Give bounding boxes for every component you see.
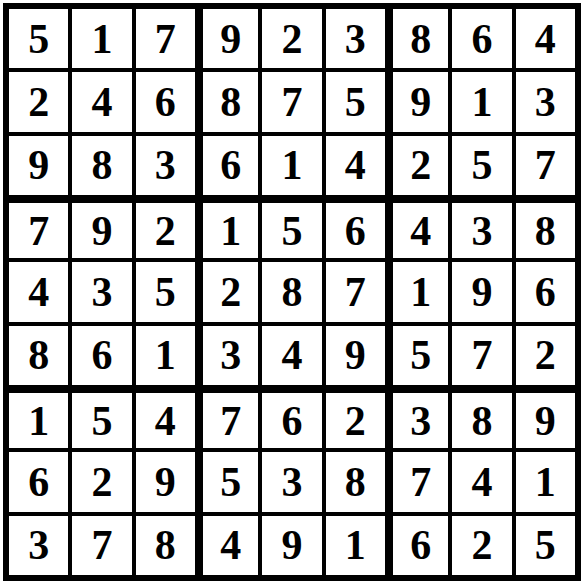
- cell-r7c4[interactable]: 7: [203, 393, 258, 448]
- cell-r7c7[interactable]: 3: [393, 393, 448, 448]
- cell-r9c3[interactable]: 8: [136, 516, 195, 575]
- cell-r8c5[interactable]: 3: [262, 452, 321, 511]
- cell-r4c4[interactable]: 1: [203, 203, 258, 258]
- cell-r4c2[interactable]: 9: [72, 203, 131, 258]
- cell-r3c2[interactable]: 8: [72, 136, 131, 195]
- cell-r6c5[interactable]: 4: [262, 326, 321, 385]
- cell-r6c1[interactable]: 8: [9, 326, 68, 385]
- cell-r7c2[interactable]: 5: [72, 393, 131, 448]
- sudoku-page: 5179238642468759139836142577921564384352…: [0, 0, 584, 584]
- cell-r8c6[interactable]: 8: [326, 452, 385, 511]
- cell-r5c2[interactable]: 3: [72, 262, 131, 321]
- cell-r2c6[interactable]: 5: [326, 72, 385, 131]
- cell-r9c9[interactable]: 5: [516, 516, 575, 575]
- cell-r9c7[interactable]: 6: [393, 516, 448, 575]
- cell-r2c7[interactable]: 9: [393, 72, 448, 131]
- cell-r8c2[interactable]: 2: [72, 452, 131, 511]
- cell-r8c7[interactable]: 7: [393, 452, 448, 511]
- cell-r6c7[interactable]: 5: [393, 326, 448, 385]
- cell-r6c6[interactable]: 9: [326, 326, 385, 385]
- cell-r1c8[interactable]: 6: [452, 9, 511, 68]
- cell-r5c9[interactable]: 6: [516, 262, 575, 321]
- cell-r2c5[interactable]: 7: [262, 72, 321, 131]
- cell-r7c5[interactable]: 6: [262, 393, 321, 448]
- cell-r4c1[interactable]: 7: [9, 203, 68, 258]
- cell-r9c8[interactable]: 2: [452, 516, 511, 575]
- cell-r1c3[interactable]: 7: [136, 9, 195, 68]
- cell-r2c4[interactable]: 8: [203, 72, 258, 131]
- cell-r3c7[interactable]: 2: [393, 136, 448, 195]
- cell-r6c4[interactable]: 3: [203, 326, 258, 385]
- cell-r3c6[interactable]: 4: [326, 136, 385, 195]
- sudoku-board: 5179238642468759139836142577921564384352…: [3, 3, 581, 581]
- cell-r2c2[interactable]: 4: [72, 72, 131, 131]
- cell-r1c1[interactable]: 5: [9, 9, 68, 68]
- cell-r3c4[interactable]: 6: [203, 136, 258, 195]
- cell-r3c8[interactable]: 5: [452, 136, 511, 195]
- cell-r8c1[interactable]: 6: [9, 452, 68, 511]
- cell-r6c9[interactable]: 2: [516, 326, 575, 385]
- cell-r7c9[interactable]: 9: [516, 393, 575, 448]
- cell-r1c7[interactable]: 8: [393, 9, 448, 68]
- cell-r9c6[interactable]: 1: [326, 516, 385, 575]
- cell-r8c9[interactable]: 1: [516, 452, 575, 511]
- cell-r4c7[interactable]: 4: [393, 203, 448, 258]
- cell-r5c1[interactable]: 4: [9, 262, 68, 321]
- cell-r5c8[interactable]: 9: [452, 262, 511, 321]
- cell-r5c4[interactable]: 2: [203, 262, 258, 321]
- cell-r1c6[interactable]: 3: [326, 9, 385, 68]
- cell-r6c3[interactable]: 1: [136, 326, 195, 385]
- cell-r1c5[interactable]: 2: [262, 9, 321, 68]
- cell-r1c9[interactable]: 4: [516, 9, 575, 68]
- cell-r2c9[interactable]: 3: [516, 72, 575, 131]
- cell-r7c6[interactable]: 2: [326, 393, 385, 448]
- cell-r9c4[interactable]: 4: [203, 516, 258, 575]
- cell-r7c3[interactable]: 4: [136, 393, 195, 448]
- cell-r6c8[interactable]: 7: [452, 326, 511, 385]
- cell-r9c5[interactable]: 9: [262, 516, 321, 575]
- cell-r7c8[interactable]: 8: [452, 393, 511, 448]
- cell-r2c3[interactable]: 6: [136, 72, 195, 131]
- cell-r4c9[interactable]: 8: [516, 203, 575, 258]
- cell-r5c5[interactable]: 8: [262, 262, 321, 321]
- cell-r6c2[interactable]: 6: [72, 326, 131, 385]
- cell-r4c5[interactable]: 5: [262, 203, 321, 258]
- cell-r8c3[interactable]: 9: [136, 452, 195, 511]
- cell-r8c4[interactable]: 5: [203, 452, 258, 511]
- cell-r9c2[interactable]: 7: [72, 516, 131, 575]
- cell-r7c1[interactable]: 1: [9, 393, 68, 448]
- cell-r2c8[interactable]: 1: [452, 72, 511, 131]
- cell-r8c8[interactable]: 4: [452, 452, 511, 511]
- cell-r1c2[interactable]: 1: [72, 9, 131, 68]
- cell-r3c5[interactable]: 1: [262, 136, 321, 195]
- cell-r4c8[interactable]: 3: [452, 203, 511, 258]
- cell-r9c1[interactable]: 3: [9, 516, 68, 575]
- cell-r3c9[interactable]: 7: [516, 136, 575, 195]
- cell-r5c7[interactable]: 1: [393, 262, 448, 321]
- cell-r2c1[interactable]: 2: [9, 72, 68, 131]
- cell-r4c6[interactable]: 6: [326, 203, 385, 258]
- cell-r1c4[interactable]: 9: [203, 9, 258, 68]
- cell-r5c3[interactable]: 5: [136, 262, 195, 321]
- cell-r3c1[interactable]: 9: [9, 136, 68, 195]
- cell-r4c3[interactable]: 2: [136, 203, 195, 258]
- cell-r3c3[interactable]: 3: [136, 136, 195, 195]
- cell-r5c6[interactable]: 7: [326, 262, 385, 321]
